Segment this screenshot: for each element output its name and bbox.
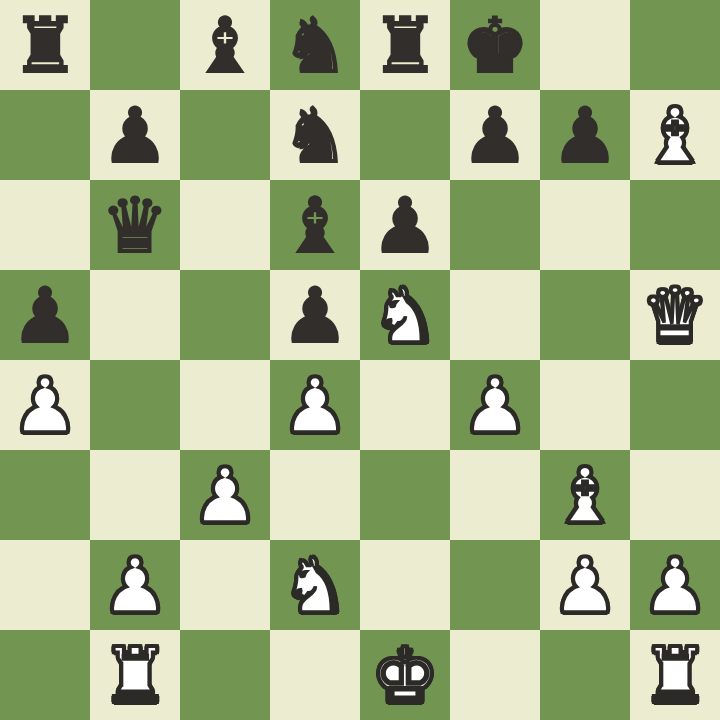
black-pawn-piece[interactable]: ♟: [461, 98, 529, 174]
square-c6[interactable]: [180, 180, 270, 270]
square-h6[interactable]: [630, 180, 720, 270]
square-c1[interactable]: [180, 630, 270, 720]
square-f8[interactable]: ♚: [450, 0, 540, 90]
white-pawn-piece[interactable]: ♟: [551, 548, 619, 624]
white-pawn-piece[interactable]: ♟: [461, 368, 529, 444]
black-rook-piece[interactable]: ♜: [371, 8, 439, 84]
square-d7[interactable]: ♞: [270, 90, 360, 180]
square-g8[interactable]: [540, 0, 630, 90]
black-bishop-piece[interactable]: ♝: [191, 8, 259, 84]
square-c5[interactable]: [180, 270, 270, 360]
square-g4[interactable]: [540, 360, 630, 450]
white-bishop-piece[interactable]: ♝: [551, 458, 619, 534]
square-c4[interactable]: [180, 360, 270, 450]
white-pawn-piece[interactable]: ♟: [101, 548, 169, 624]
square-c2[interactable]: [180, 540, 270, 630]
square-b4[interactable]: [90, 360, 180, 450]
white-king-piece[interactable]: ♚: [371, 638, 439, 714]
square-e4[interactable]: [360, 360, 450, 450]
square-e8[interactable]: ♜: [360, 0, 450, 90]
black-pawn-piece[interactable]: ♟: [281, 278, 349, 354]
square-a1[interactable]: [0, 630, 90, 720]
white-knight-piece[interactable]: ♞: [281, 548, 349, 624]
square-f4[interactable]: ♟: [450, 360, 540, 450]
square-b3[interactable]: [90, 450, 180, 540]
square-d3[interactable]: [270, 450, 360, 540]
white-pawn-piece[interactable]: ♟: [281, 368, 349, 444]
square-g3[interactable]: ♝: [540, 450, 630, 540]
square-h5[interactable]: ♛: [630, 270, 720, 360]
square-a4[interactable]: ♟: [0, 360, 90, 450]
black-queen-piece[interactable]: ♛: [101, 188, 169, 264]
square-e2[interactable]: [360, 540, 450, 630]
white-bishop-piece[interactable]: ♝: [641, 98, 709, 174]
black-pawn-piece[interactable]: ♟: [371, 188, 439, 264]
white-knight-piece[interactable]: ♞: [371, 278, 439, 354]
square-a6[interactable]: [0, 180, 90, 270]
square-c7[interactable]: [180, 90, 270, 180]
square-d1[interactable]: [270, 630, 360, 720]
square-b1[interactable]: ♜: [90, 630, 180, 720]
square-g1[interactable]: [540, 630, 630, 720]
square-f7[interactable]: ♟: [450, 90, 540, 180]
square-h1[interactable]: ♜: [630, 630, 720, 720]
square-a3[interactable]: [0, 450, 90, 540]
square-f2[interactable]: [450, 540, 540, 630]
square-h3[interactable]: [630, 450, 720, 540]
square-a2[interactable]: [0, 540, 90, 630]
white-pawn-piece[interactable]: ♟: [191, 458, 259, 534]
square-d6[interactable]: ♝: [270, 180, 360, 270]
black-pawn-piece[interactable]: ♟: [551, 98, 619, 174]
square-f3[interactable]: [450, 450, 540, 540]
white-rook-piece[interactable]: ♜: [641, 638, 709, 714]
black-pawn-piece[interactable]: ♟: [101, 98, 169, 174]
square-b7[interactable]: ♟: [90, 90, 180, 180]
white-queen-piece[interactable]: ♛: [641, 278, 709, 354]
black-king-piece[interactable]: ♚: [461, 8, 529, 84]
square-b6[interactable]: ♛: [90, 180, 180, 270]
square-g5[interactable]: [540, 270, 630, 360]
square-b5[interactable]: [90, 270, 180, 360]
white-pawn-piece[interactable]: ♟: [641, 548, 709, 624]
black-bishop-piece[interactable]: ♝: [281, 188, 349, 264]
white-pawn-piece[interactable]: ♟: [11, 368, 79, 444]
square-a8[interactable]: ♜: [0, 0, 90, 90]
black-knight-piece[interactable]: ♞: [281, 98, 349, 174]
white-rook-piece[interactable]: ♜: [101, 638, 169, 714]
square-f5[interactable]: [450, 270, 540, 360]
black-knight-piece[interactable]: ♞: [281, 8, 349, 84]
square-d2[interactable]: ♞: [270, 540, 360, 630]
black-rook-piece[interactable]: ♜: [11, 8, 79, 84]
chess-board[interactable]: ♜♝♞♜♚♟♞♟♟♝♛♝♟♟♟♞♛♟♟♟♟♝♟♞♟♟♜♚♜: [0, 0, 720, 720]
square-e5[interactable]: ♞: [360, 270, 450, 360]
square-d5[interactable]: ♟: [270, 270, 360, 360]
square-g7[interactable]: ♟: [540, 90, 630, 180]
square-h4[interactable]: [630, 360, 720, 450]
square-e3[interactable]: [360, 450, 450, 540]
square-e7[interactable]: [360, 90, 450, 180]
square-d8[interactable]: ♞: [270, 0, 360, 90]
square-a5[interactable]: ♟: [0, 270, 90, 360]
square-f1[interactable]: [450, 630, 540, 720]
square-d4[interactable]: ♟: [270, 360, 360, 450]
square-b2[interactable]: ♟: [90, 540, 180, 630]
black-pawn-piece[interactable]: ♟: [11, 278, 79, 354]
square-f6[interactable]: [450, 180, 540, 270]
square-c3[interactable]: ♟: [180, 450, 270, 540]
square-h8[interactable]: [630, 0, 720, 90]
square-h2[interactable]: ♟: [630, 540, 720, 630]
square-e1[interactable]: ♚: [360, 630, 450, 720]
square-e6[interactable]: ♟: [360, 180, 450, 270]
square-g2[interactable]: ♟: [540, 540, 630, 630]
square-h7[interactable]: ♝: [630, 90, 720, 180]
square-b8[interactable]: [90, 0, 180, 90]
square-g6[interactable]: [540, 180, 630, 270]
square-c8[interactable]: ♝: [180, 0, 270, 90]
square-a7[interactable]: [0, 90, 90, 180]
